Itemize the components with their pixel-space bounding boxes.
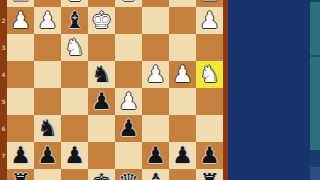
- black-pawn-c7[interactable]: ♟: [142, 142, 169, 169]
- square-e7[interactable]: [88, 142, 115, 169]
- square-h6[interactable]: [7, 115, 34, 142]
- black-pawn-d6[interactable]: ♟: [115, 115, 142, 142]
- square-e2[interactable]: ♚: [88, 7, 115, 34]
- white-queen-d1[interactable]: ♛: [115, 0, 142, 7]
- square-a5[interactable]: [196, 88, 223, 115]
- square-d8[interactable]: ♛: [115, 169, 142, 180]
- white-bishop-f1[interactable]: ♝: [61, 0, 88, 7]
- square-h4[interactable]: [7, 61, 34, 88]
- square-h5[interactable]: [7, 88, 34, 115]
- white-pawn-b4[interactable]: ♟: [169, 61, 196, 88]
- square-f3[interactable]: ♞: [61, 34, 88, 61]
- square-a7[interactable]: ♟: [196, 142, 223, 169]
- square-g7[interactable]: ♟: [34, 142, 61, 169]
- square-h3[interactable]: [7, 34, 34, 61]
- square-a3[interactable]: [196, 34, 223, 61]
- square-f5[interactable]: [61, 88, 88, 115]
- square-f7[interactable]: ♟: [61, 142, 88, 169]
- square-b1[interactable]: [169, 0, 196, 7]
- app-window: ♜♝♛♜♟♟♝♚♟♞♞♟♟♞♟♟♞♟♟♟♟♟♟♟♜♚♛♝♜ 234567: [0, 0, 320, 180]
- square-e4[interactable]: ♞: [88, 61, 115, 88]
- square-d6[interactable]: ♟: [115, 115, 142, 142]
- square-b8[interactable]: [169, 169, 196, 180]
- rank-label-6: 6: [0, 115, 7, 142]
- black-rook-h8[interactable]: ♜: [7, 169, 34, 180]
- square-a1[interactable]: ♜: [196, 0, 223, 7]
- white-rook-a1[interactable]: ♜: [196, 0, 223, 7]
- scrollbar-bottom-light: [310, 167, 320, 180]
- black-knight-e4[interactable]: ♞: [88, 61, 115, 88]
- square-a6[interactable]: [196, 115, 223, 142]
- black-bishop-f2[interactable]: ♝: [61, 7, 88, 34]
- square-e1[interactable]: [88, 0, 115, 7]
- square-h1[interactable]: ♜: [7, 0, 34, 7]
- square-e5[interactable]: ♟: [88, 88, 115, 115]
- side-panel: [228, 0, 320, 180]
- square-b3[interactable]: [169, 34, 196, 61]
- white-king-e2[interactable]: ♚: [88, 7, 115, 34]
- square-a8[interactable]: ♜: [196, 169, 223, 180]
- black-rook-a8[interactable]: ♜: [196, 169, 223, 180]
- side-scrollbar[interactable]: [310, 0, 320, 180]
- square-e3[interactable]: [88, 34, 115, 61]
- square-c5[interactable]: [142, 88, 169, 115]
- square-g4[interactable]: [34, 61, 61, 88]
- square-b5[interactable]: [169, 88, 196, 115]
- black-bishop-c8[interactable]: ♝: [142, 169, 169, 180]
- white-knight-a4[interactable]: ♞: [196, 61, 223, 88]
- rank-label-5: 5: [0, 88, 7, 115]
- square-g8[interactable]: [34, 169, 61, 180]
- square-a4[interactable]: ♞: [196, 61, 223, 88]
- rank-label-3: 3: [0, 34, 7, 61]
- rank-label-7: 7: [0, 142, 7, 169]
- square-d7[interactable]: [115, 142, 142, 169]
- white-pawn-a2[interactable]: ♟: [196, 7, 223, 34]
- square-d1[interactable]: ♛: [115, 0, 142, 7]
- scrollbar-lower-navy: [310, 150, 320, 167]
- chess-board: ♜♝♛♜♟♟♝♚♟♞♞♟♟♞♟♟♞♟♟♟♟♟♟♟♜♚♛♝♜: [7, 0, 223, 180]
- square-f8[interactable]: [61, 169, 88, 180]
- square-d2[interactable]: [115, 7, 142, 34]
- square-e8[interactable]: ♚: [88, 169, 115, 180]
- square-d4[interactable]: [115, 61, 142, 88]
- square-f1[interactable]: ♝: [61, 0, 88, 7]
- black-king-e8[interactable]: ♚: [88, 169, 115, 180]
- black-pawn-b7[interactable]: ♟: [169, 142, 196, 169]
- square-h7[interactable]: ♟: [7, 142, 34, 169]
- black-pawn-e5[interactable]: ♟: [88, 88, 115, 115]
- scrollbar-top-edge: [310, 0, 320, 2]
- square-c6[interactable]: [142, 115, 169, 142]
- square-g1[interactable]: [34, 0, 61, 7]
- square-d3[interactable]: [115, 34, 142, 61]
- white-pawn-c4[interactable]: ♟: [142, 61, 169, 88]
- rank-label-2: 2: [0, 7, 7, 34]
- rank-label-4: 4: [0, 61, 7, 88]
- square-g6[interactable]: ♞: [34, 115, 61, 142]
- white-pawn-g2[interactable]: ♟: [34, 7, 61, 34]
- square-c4[interactable]: ♟: [142, 61, 169, 88]
- chess-board-frame: ♜♝♛♜♟♟♝♚♟♞♞♟♟♞♟♟♞♟♟♟♟♟♟♟♜♚♛♝♜ 234567: [0, 0, 228, 180]
- square-c8[interactable]: ♝: [142, 169, 169, 180]
- square-c7[interactable]: ♟: [142, 142, 169, 169]
- square-a2[interactable]: ♟: [196, 7, 223, 34]
- square-f2[interactable]: ♝: [61, 7, 88, 34]
- square-h2[interactable]: ♟: [7, 7, 34, 34]
- white-pawn-d5[interactable]: ♟: [115, 88, 142, 115]
- square-h8[interactable]: ♜: [7, 169, 34, 180]
- square-b7[interactable]: ♟: [169, 142, 196, 169]
- black-knight-g6[interactable]: ♞: [34, 115, 61, 142]
- white-pawn-h2[interactable]: ♟: [7, 7, 34, 34]
- black-pawn-h7[interactable]: ♟: [7, 142, 34, 169]
- square-d5[interactable]: ♟: [115, 88, 142, 115]
- square-f6[interactable]: [61, 115, 88, 142]
- black-pawn-f7[interactable]: ♟: [61, 142, 88, 169]
- black-pawn-g7[interactable]: ♟: [34, 142, 61, 169]
- white-rook-h1[interactable]: ♜: [7, 0, 34, 7]
- square-e6[interactable]: [88, 115, 115, 142]
- square-g3[interactable]: [34, 34, 61, 61]
- square-g2[interactable]: ♟: [34, 7, 61, 34]
- square-b2[interactable]: [169, 7, 196, 34]
- square-c2[interactable]: [142, 7, 169, 34]
- scrollbar-seam: [310, 55, 320, 57]
- square-c1[interactable]: [142, 0, 169, 7]
- white-knight-f3[interactable]: ♞: [61, 34, 88, 61]
- square-f4[interactable]: [61, 61, 88, 88]
- square-g5[interactable]: [34, 88, 61, 115]
- square-b6[interactable]: [169, 115, 196, 142]
- black-pawn-a7[interactable]: ♟: [196, 142, 223, 169]
- square-b4[interactable]: ♟: [169, 61, 196, 88]
- square-c3[interactable]: [142, 34, 169, 61]
- black-queen-d8[interactable]: ♛: [115, 169, 142, 180]
